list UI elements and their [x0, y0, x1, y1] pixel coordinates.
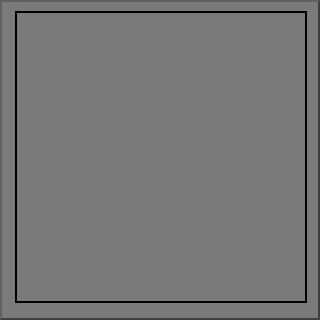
rank-labels [2, 13, 15, 301]
chess-board [15, 11, 307, 303]
board-frame [0, 0, 320, 320]
file-labels [17, 303, 305, 320]
